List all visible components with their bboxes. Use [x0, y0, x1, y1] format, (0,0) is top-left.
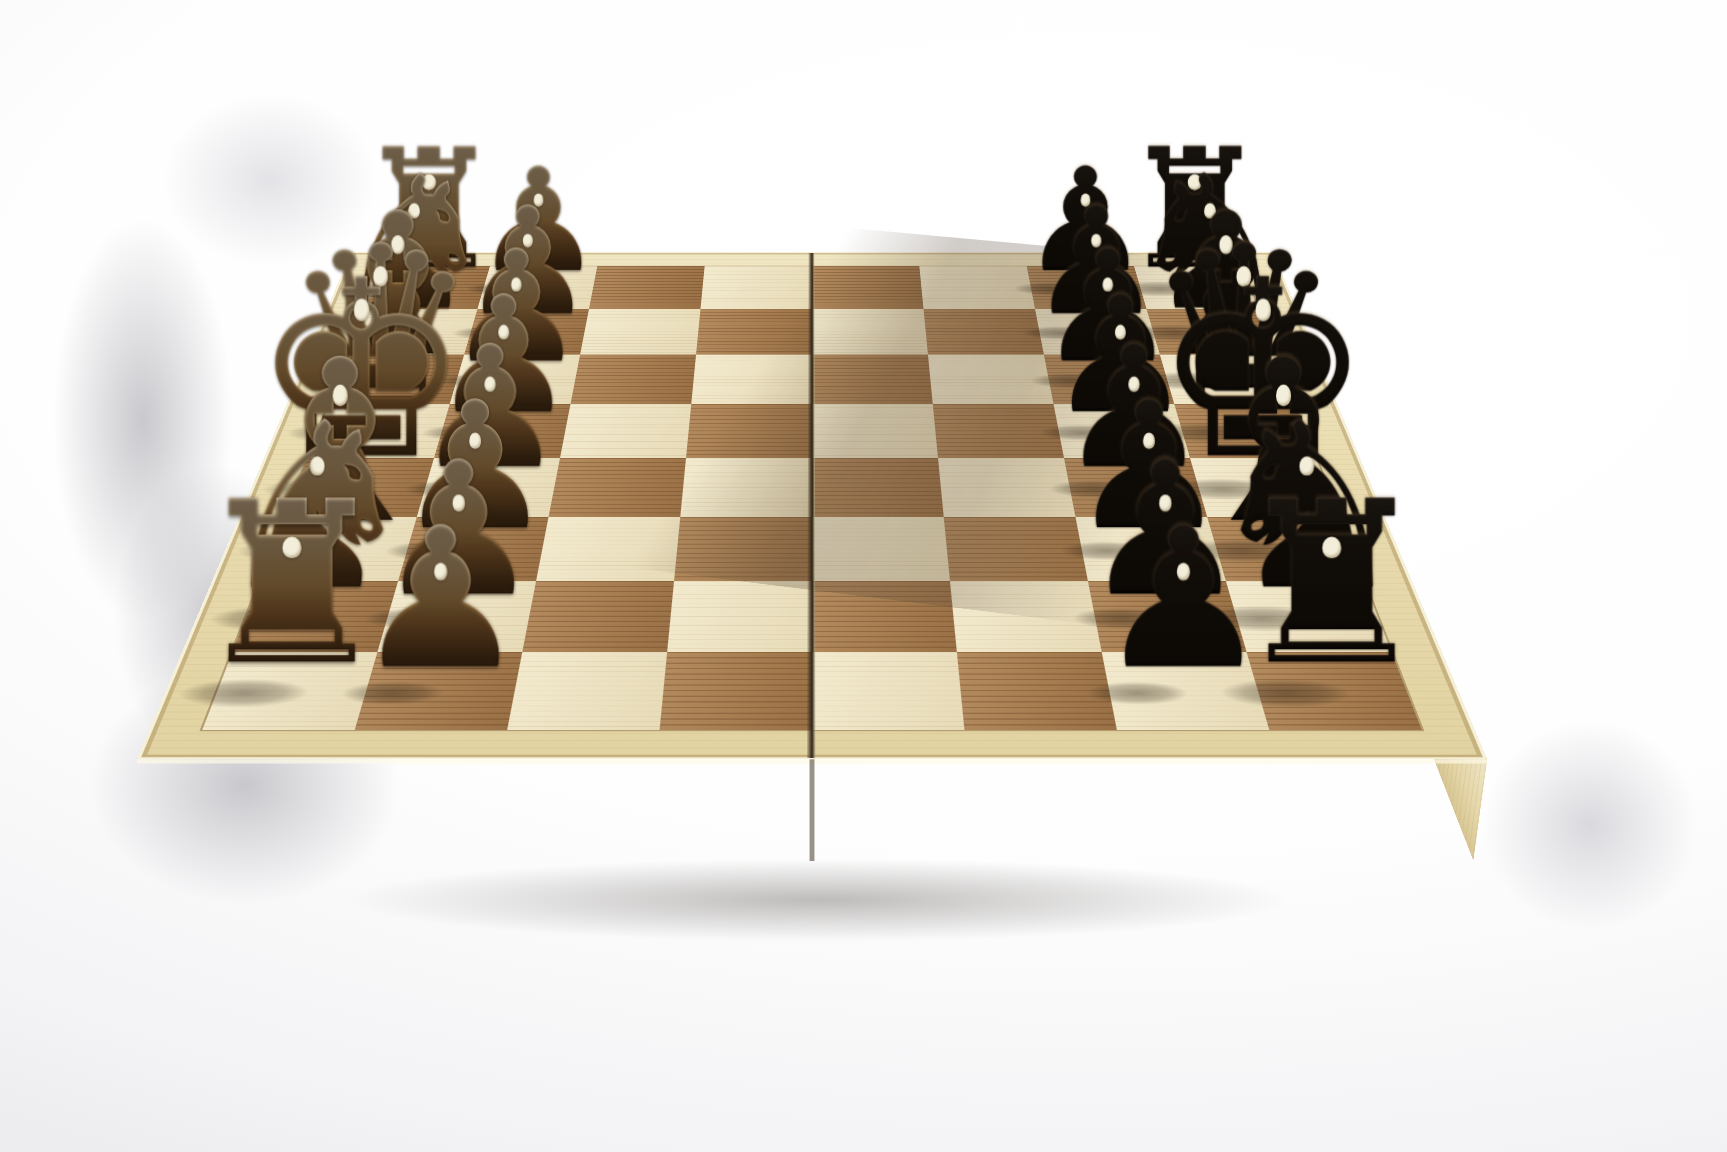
box-front-face — [137, 759, 1488, 861]
chess-board: ♜♞♝♛♚♝♞♜♟♟♟♟♟♟♟♟♟♟♟♟♟♟♟♟♜♞♝♛♚♝♞♜ — [137, 252, 1488, 759]
white-rook-glyph: ♜ — [192, 473, 393, 697]
scene-perspective: ♜♞♝♛♚♝♞♜♟♟♟♟♟♟♟♟♟♟♟♟♟♟♟♟♜♞♝♛♚♝♞♜ — [0, 0, 1727, 1152]
bone-finial-icon — [1177, 563, 1190, 581]
bone-finial-icon — [1322, 537, 1341, 558]
studio-backdrop: ♜♞♝♛♚♝♞♜♟♟♟♟♟♟♟♟♟♟♟♟♟♟♟♟♜♞♝♛♚♝♞♜ — [0, 0, 1727, 1152]
bone-finial-icon — [434, 563, 447, 581]
black-pawn-glyph: ♟ — [1096, 503, 1270, 698]
board-top-surface: ♜♞♝♛♚♝♞♜♟♟♟♟♟♟♟♟♟♟♟♟♟♟♟♟♜♞♝♛♚♝♞♜ — [137, 252, 1488, 759]
bone-finial-icon — [283, 537, 302, 558]
